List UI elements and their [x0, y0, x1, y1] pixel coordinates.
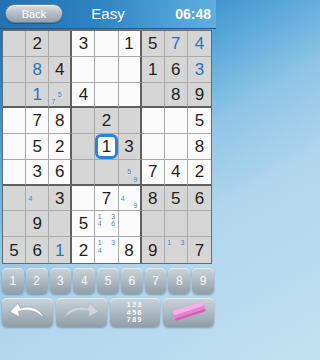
cell-r1c1[interactable]	[3, 31, 26, 57]
cell-r7c3[interactable]: 3	[49, 186, 72, 212]
cell-r3c8[interactable]: 8	[165, 83, 188, 109]
cell-r1c2[interactable]: 2	[26, 31, 49, 57]
cell-r8c8[interactable]	[165, 211, 188, 237]
pencil-marks: 1346	[96, 212, 116, 235]
cell-r8c2[interactable]: 9	[26, 211, 49, 237]
given-digit: 7	[195, 242, 204, 259]
given-digit: 6	[55, 163, 64, 180]
keypad-digit-1[interactable]: 1	[2, 268, 24, 294]
cell-r9c4[interactable]: 2	[72, 237, 95, 263]
cell-r6c5[interactable]	[95, 160, 118, 186]
user-digit: 1	[55, 242, 64, 259]
given-digit: 3	[55, 190, 64, 207]
cell-r9c5[interactable]: 134	[95, 237, 118, 263]
cell-r4c3[interactable]: 8	[49, 108, 72, 134]
given-digit: 9	[148, 242, 157, 259]
cell-r1c6[interactable]: 1	[119, 31, 142, 57]
cell-r4c1[interactable]	[3, 108, 26, 134]
cell-r1c4[interactable]: 3	[72, 31, 95, 57]
pencil-marks: 13	[166, 238, 186, 262]
cell-r8c5[interactable]: 1346	[95, 211, 118, 237]
cell-r8c3[interactable]	[49, 211, 72, 237]
cell-r3c3[interactable]: 57	[49, 83, 72, 109]
given-digit: 6	[195, 190, 204, 207]
given-digit: 9	[32, 215, 41, 232]
cell-r8c4[interactable]: 5	[72, 211, 95, 237]
cell-r6c7[interactable]: 7	[142, 160, 165, 186]
cell-r3c5[interactable]	[95, 83, 118, 109]
cell-r5c9[interactable]: 8	[188, 134, 211, 160]
cell-r2c7[interactable]: 1	[142, 57, 165, 83]
cell-r4c2[interactable]: 7	[26, 108, 49, 134]
cell-r7c7[interactable]: 8	[142, 186, 165, 212]
given-digit: 4	[55, 61, 64, 78]
given-digit: 8	[195, 138, 204, 155]
cell-r6c6[interactable]: 59	[119, 160, 142, 186]
given-digit: 1	[148, 61, 157, 78]
given-digit: 5	[32, 138, 41, 155]
keypad-digit-9[interactable]: 9	[192, 268, 214, 294]
cell-r3c2[interactable]: 1	[26, 83, 49, 109]
given-digit: 7	[148, 163, 157, 180]
cell-r2c8[interactable]: 6	[165, 57, 188, 83]
given-digit: 5	[195, 112, 204, 129]
undo-button[interactable]	[2, 298, 53, 327]
user-digit: 4	[195, 35, 204, 52]
given-digit: 8	[55, 112, 64, 129]
pencil-marks-button[interactable]: 123 456 789	[110, 298, 161, 327]
cell-r4c4[interactable]	[72, 108, 95, 134]
cell-r5c7[interactable]	[142, 134, 165, 160]
cell-r6c2[interactable]: 3	[26, 160, 49, 186]
cell-r9c9[interactable]: 7	[188, 237, 211, 263]
cell-r2c4[interactable]	[72, 57, 95, 83]
cell-r8c1[interactable]	[3, 211, 26, 237]
cell-r5c1[interactable]	[3, 134, 26, 160]
cell-r4c5[interactable]: 2	[95, 108, 118, 134]
given-digit: 8	[148, 190, 157, 207]
cell-r7c4[interactable]	[72, 186, 95, 212]
keypad-digit-7[interactable]: 7	[145, 268, 167, 294]
cell-r5c6[interactable]: 3	[119, 134, 142, 160]
cell-r6c8[interactable]: 4	[165, 160, 188, 186]
given-digit: 3	[32, 163, 41, 180]
given-digit: 2	[32, 35, 41, 52]
cell-r3c4[interactable]: 4	[72, 83, 95, 109]
cell-r6c3[interactable]: 6	[49, 160, 72, 186]
cell-r3c6[interactable]	[119, 83, 142, 109]
keypad-digit-8[interactable]: 8	[168, 268, 190, 294]
cell-r7c1[interactable]	[3, 186, 26, 212]
cell-r5c4[interactable]	[72, 134, 95, 160]
cell-r1c9[interactable]: 4	[188, 31, 211, 57]
cell-r9c6[interactable]: 8	[119, 237, 142, 263]
cell-r4c7[interactable]	[142, 108, 165, 134]
given-digit: 5	[148, 35, 157, 52]
given-digit: 2	[102, 112, 111, 129]
cell-r5c3[interactable]: 2	[49, 134, 72, 160]
cell-r6c1[interactable]	[3, 160, 26, 186]
eraser-button[interactable]	[163, 298, 214, 327]
pencil-marks: 4	[27, 187, 47, 210]
cell-r4c6[interactable]	[119, 108, 142, 134]
cell-r2c3[interactable]: 4	[49, 57, 72, 83]
cell-r1c5[interactable]	[95, 31, 118, 57]
given-digit: 2	[79, 242, 88, 259]
user-digit: 1	[32, 86, 41, 103]
pencil-marks: 134	[96, 238, 116, 262]
given-digit: 4	[79, 86, 88, 103]
number-keypad: 123456789	[2, 268, 214, 294]
given-digit: 6	[171, 61, 180, 78]
cell-r1c8[interactable]: 7	[165, 31, 188, 57]
cell-r9c8[interactable]: 13	[165, 237, 188, 263]
cell-r5c8[interactable]	[165, 134, 188, 160]
redo-button[interactable]	[56, 298, 107, 327]
selected-cell-highlight: 1	[95, 134, 117, 159]
keypad-digit-3[interactable]: 3	[50, 268, 72, 294]
timer: 06:48	[175, 6, 211, 22]
cell-r8c9[interactable]	[188, 211, 211, 237]
cell-r2c6[interactable]	[119, 57, 142, 83]
cell-r2c9[interactable]: 3	[188, 57, 211, 83]
given-digit: 7	[102, 190, 111, 207]
cell-r3c7[interactable]	[142, 83, 165, 109]
cell-r2c5[interactable]	[95, 57, 118, 83]
cell-r6c9[interactable]: 2	[188, 160, 211, 186]
given-digit: 6	[32, 242, 41, 259]
undo-icon	[7, 299, 47, 326]
cell-r3c1[interactable]	[3, 83, 26, 109]
given-digit: 4	[171, 163, 180, 180]
cell-r7c5[interactable]: 7	[95, 186, 118, 212]
cell-r7c6[interactable]: 49	[119, 186, 142, 212]
keypad-digit-2[interactable]: 2	[26, 268, 48, 294]
pencil-marks-icon: 123 456 789	[127, 301, 143, 324]
user-digit: 3	[195, 61, 204, 78]
cell-r1c7[interactable]: 5	[142, 31, 165, 57]
cell-r4c8[interactable]	[165, 108, 188, 134]
pencil-marks: 59	[120, 161, 139, 183]
cell-r3c9[interactable]: 9	[188, 83, 211, 109]
cell-r7c8[interactable]: 5	[165, 186, 188, 212]
given-digit: 1	[124, 35, 133, 52]
keypad-digit-6[interactable]: 6	[121, 268, 143, 294]
given-digit: 3	[79, 35, 88, 52]
given-digit: 7	[32, 112, 41, 129]
given-digit: 5	[9, 242, 18, 259]
sudoku-board: 2315748416315748978255213836597424374985…	[2, 30, 212, 264]
cell-r4c9[interactable]: 5	[188, 108, 211, 134]
cell-r2c1[interactable]	[3, 57, 26, 83]
given-digit: 2	[195, 163, 204, 180]
toolbar: 123 456 789	[2, 298, 214, 327]
cell-r6c4[interactable]	[72, 160, 95, 186]
keypad-digit-5[interactable]: 5	[97, 268, 119, 294]
pencil-marks: 49	[120, 187, 139, 210]
user-digit: 8	[32, 61, 41, 78]
given-digit: 8	[124, 242, 133, 259]
cell-r5c5[interactable]: 1	[95, 134, 118, 160]
keypad-digit-4[interactable]: 4	[73, 268, 95, 294]
cell-r9c3[interactable]: 1	[49, 237, 72, 263]
cell-r7c2[interactable]: 4	[26, 186, 49, 212]
given-digit: 1	[102, 138, 111, 155]
cell-r8c6[interactable]	[119, 211, 142, 237]
cell-r1c3[interactable]	[49, 31, 72, 57]
given-digit: 5	[79, 215, 88, 232]
given-digit: 3	[124, 138, 133, 155]
cell-r5c2[interactable]: 5	[26, 134, 49, 160]
header: Back Easy 06:48	[0, 0, 216, 29]
redo-icon	[61, 299, 101, 326]
given-digit: 8	[171, 86, 180, 103]
cell-r9c1[interactable]: 5	[3, 237, 26, 263]
cell-r9c7[interactable]: 9	[142, 237, 165, 263]
given-digit: 2	[55, 138, 64, 155]
given-digit: 5	[171, 190, 180, 207]
cell-r9c2[interactable]: 6	[26, 237, 49, 263]
cell-r8c7[interactable]	[142, 211, 165, 237]
given-digit: 9	[195, 86, 204, 103]
eraser-icon	[167, 298, 211, 327]
pencil-marks: 57	[50, 84, 69, 106]
cell-r2c2[interactable]: 8	[26, 57, 49, 83]
user-digit: 7	[171, 35, 180, 52]
cell-r7c9[interactable]: 6	[188, 186, 211, 212]
